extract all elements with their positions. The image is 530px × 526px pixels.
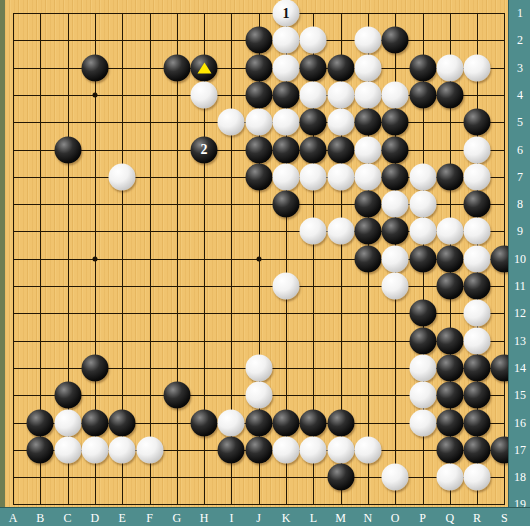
move-number-label: 1 <box>283 6 290 20</box>
row-coordinate-label: 12 <box>514 306 526 321</box>
white-stone[interactable] <box>136 436 163 463</box>
white-stone[interactable] <box>436 218 463 245</box>
go-game-screenshot: 12 12345678910111213141516171819 ABCDEFG… <box>0 0 530 526</box>
column-coordinate-label: F <box>146 511 153 526</box>
black-stone[interactable] <box>464 191 491 218</box>
black-stone[interactable] <box>436 245 463 272</box>
white-stone[interactable] <box>191 81 218 108</box>
column-coordinate-label: M <box>335 511 346 526</box>
white-stone[interactable] <box>273 436 300 463</box>
black-stone[interactable] <box>27 409 54 436</box>
black-stone[interactable] <box>191 409 218 436</box>
black-stone[interactable] <box>300 409 327 436</box>
white-stone[interactable] <box>464 245 491 272</box>
row-coordinate-label: 14 <box>514 360 526 375</box>
black-stone[interactable] <box>327 136 354 163</box>
black-stone[interactable] <box>464 354 491 381</box>
black-stone[interactable] <box>300 136 327 163</box>
white-stone[interactable] <box>409 163 436 190</box>
grid-line-horizontal <box>13 504 505 505</box>
star-point <box>92 256 97 261</box>
black-stone[interactable] <box>245 27 272 54</box>
row-coordinate-label: 5 <box>517 115 523 130</box>
white-stone[interactable] <box>382 245 409 272</box>
grid-line-horizontal <box>13 286 505 287</box>
black-stone[interactable] <box>327 464 354 491</box>
row-coordinate-bar: 12345678910111213141516171819 <box>508 0 530 507</box>
column-coordinate-label: L <box>310 511 317 526</box>
black-stone[interactable] <box>300 54 327 81</box>
black-stone[interactable] <box>245 54 272 81</box>
black-stone[interactable] <box>245 409 272 436</box>
black-stone[interactable] <box>382 109 409 136</box>
star-point <box>256 256 261 261</box>
column-coordinate-label: I <box>229 511 233 526</box>
black-stone[interactable] <box>27 436 54 463</box>
white-stone[interactable] <box>464 163 491 190</box>
white-stone[interactable] <box>273 163 300 190</box>
row-coordinate-label: 8 <box>517 197 523 212</box>
white-stone[interactable] <box>327 163 354 190</box>
black-stone[interactable] <box>436 327 463 354</box>
white-stone[interactable] <box>245 109 272 136</box>
black-stone[interactable] <box>54 136 81 163</box>
white-stone[interactable] <box>409 218 436 245</box>
black-stone[interactable] <box>354 191 381 218</box>
white-stone[interactable]: 1 <box>273 0 300 27</box>
black-stone[interactable] <box>409 81 436 108</box>
column-coordinate-label: K <box>282 511 291 526</box>
row-coordinate-label: 2 <box>517 33 523 48</box>
white-stone[interactable] <box>354 27 381 54</box>
black-stone[interactable] <box>409 54 436 81</box>
white-stone[interactable] <box>273 27 300 54</box>
black-stone[interactable] <box>464 436 491 463</box>
white-stone[interactable] <box>382 464 409 491</box>
white-stone[interactable] <box>354 81 381 108</box>
white-stone[interactable] <box>245 354 272 381</box>
black-stone[interactable] <box>436 163 463 190</box>
white-stone[interactable] <box>409 191 436 218</box>
column-coordinate-label: E <box>119 511 126 526</box>
white-stone[interactable] <box>464 300 491 327</box>
white-stone[interactable] <box>81 436 108 463</box>
row-coordinate-label: 13 <box>514 333 526 348</box>
black-stone[interactable] <box>354 245 381 272</box>
black-stone[interactable] <box>354 218 381 245</box>
white-stone[interactable] <box>300 218 327 245</box>
row-coordinate-label: 1 <box>517 6 523 21</box>
column-coordinate-label: R <box>473 511 481 526</box>
black-stone[interactable] <box>273 191 300 218</box>
white-stone[interactable] <box>54 436 81 463</box>
go-board[interactable]: 12 <box>0 0 530 507</box>
black-stone[interactable]: 2 <box>191 136 218 163</box>
row-coordinate-label: 16 <box>514 415 526 430</box>
black-stone[interactable] <box>436 273 463 300</box>
black-stone[interactable] <box>81 409 108 436</box>
column-coordinate-label: N <box>364 511 373 526</box>
black-stone[interactable] <box>464 273 491 300</box>
white-stone[interactable] <box>436 464 463 491</box>
white-stone[interactable] <box>382 81 409 108</box>
white-stone[interactable] <box>382 273 409 300</box>
black-stone[interactable] <box>218 436 245 463</box>
white-stone[interactable] <box>464 54 491 81</box>
row-coordinate-label: 9 <box>517 224 523 239</box>
white-stone[interactable] <box>273 54 300 81</box>
white-stone[interactable] <box>327 81 354 108</box>
white-stone[interactable] <box>327 109 354 136</box>
white-stone[interactable] <box>273 109 300 136</box>
row-coordinate-label: 10 <box>514 251 526 266</box>
black-stone[interactable] <box>409 245 436 272</box>
white-stone[interactable] <box>354 136 381 163</box>
white-stone[interactable] <box>300 27 327 54</box>
black-stone[interactable] <box>382 136 409 163</box>
black-stone[interactable] <box>327 409 354 436</box>
column-coordinate-label: P <box>419 511 426 526</box>
black-stone[interactable] <box>464 409 491 436</box>
column-coordinate-label: J <box>256 511 261 526</box>
black-stone[interactable] <box>464 382 491 409</box>
white-stone[interactable] <box>109 436 136 463</box>
black-stone[interactable] <box>464 109 491 136</box>
black-stone[interactable] <box>436 382 463 409</box>
black-stone[interactable] <box>54 382 81 409</box>
white-stone[interactable] <box>300 81 327 108</box>
row-coordinate-label: 7 <box>517 169 523 184</box>
black-stone[interactable] <box>436 354 463 381</box>
column-coordinate-label: Q <box>445 511 454 526</box>
row-coordinate-label: 4 <box>517 87 523 102</box>
black-stone[interactable] <box>300 109 327 136</box>
black-stone[interactable] <box>436 436 463 463</box>
white-stone[interactable] <box>382 191 409 218</box>
white-stone[interactable] <box>218 109 245 136</box>
white-stone[interactable] <box>354 436 381 463</box>
black-stone[interactable] <box>436 81 463 108</box>
black-stone[interactable] <box>245 136 272 163</box>
column-coordinate-label: B <box>36 511 44 526</box>
white-stone[interactable] <box>300 436 327 463</box>
triangle-marker <box>197 62 211 73</box>
black-stone[interactable] <box>81 54 108 81</box>
white-stone[interactable] <box>436 54 463 81</box>
column-coordinate-label: G <box>172 511 181 526</box>
row-coordinate-label: 17 <box>514 442 526 457</box>
black-stone[interactable] <box>327 54 354 81</box>
black-stone[interactable] <box>163 54 190 81</box>
column-coordinate-label: C <box>64 511 72 526</box>
row-coordinate-label: 15 <box>514 388 526 403</box>
white-stone[interactable] <box>300 163 327 190</box>
black-stone[interactable] <box>245 436 272 463</box>
grid-line-horizontal <box>13 477 505 478</box>
column-coordinate-label: A <box>9 511 18 526</box>
black-stone[interactable] <box>409 327 436 354</box>
white-stone[interactable] <box>54 409 81 436</box>
move-number-label: 2 <box>201 143 208 157</box>
row-coordinate-label: 3 <box>517 60 523 75</box>
star-point <box>92 92 97 97</box>
white-stone[interactable] <box>354 54 381 81</box>
row-coordinate-label: 11 <box>514 279 526 294</box>
column-coordinate-label: S <box>501 511 508 526</box>
board-left-edge-strip <box>0 0 5 507</box>
white-stone[interactable] <box>464 327 491 354</box>
row-coordinate-label: 18 <box>514 470 526 485</box>
black-stone[interactable] <box>163 382 190 409</box>
white-stone[interactable] <box>464 464 491 491</box>
white-stone[interactable] <box>327 436 354 463</box>
black-stone[interactable] <box>382 27 409 54</box>
white-stone[interactable] <box>464 136 491 163</box>
white-stone[interactable] <box>218 409 245 436</box>
black-stone[interactable] <box>191 54 218 81</box>
white-stone[interactable] <box>464 218 491 245</box>
white-stone[interactable] <box>409 354 436 381</box>
white-stone[interactable] <box>109 163 136 190</box>
black-stone[interactable] <box>354 109 381 136</box>
white-stone[interactable] <box>409 409 436 436</box>
white-stone[interactable] <box>273 273 300 300</box>
black-stone[interactable] <box>382 218 409 245</box>
black-stone[interactable] <box>436 409 463 436</box>
white-stone[interactable] <box>354 163 381 190</box>
black-stone[interactable] <box>273 136 300 163</box>
column-coordinate-label: O <box>391 511 400 526</box>
column-coordinate-label: H <box>200 511 209 526</box>
white-stone[interactable] <box>245 382 272 409</box>
black-stone[interactable] <box>409 300 436 327</box>
black-stone[interactable] <box>81 354 108 381</box>
black-stone[interactable] <box>245 81 272 108</box>
column-coordinate-label: D <box>91 511 100 526</box>
black-stone[interactable] <box>273 409 300 436</box>
black-stone[interactable] <box>273 81 300 108</box>
white-stone[interactable] <box>409 382 436 409</box>
black-stone[interactable] <box>245 163 272 190</box>
row-coordinate-label: 6 <box>517 142 523 157</box>
column-coordinate-bar: ABCDEFGHIJKLMNOPQRS <box>0 507 530 526</box>
black-stone[interactable] <box>382 163 409 190</box>
white-stone[interactable] <box>327 218 354 245</box>
black-stone[interactable] <box>109 409 136 436</box>
